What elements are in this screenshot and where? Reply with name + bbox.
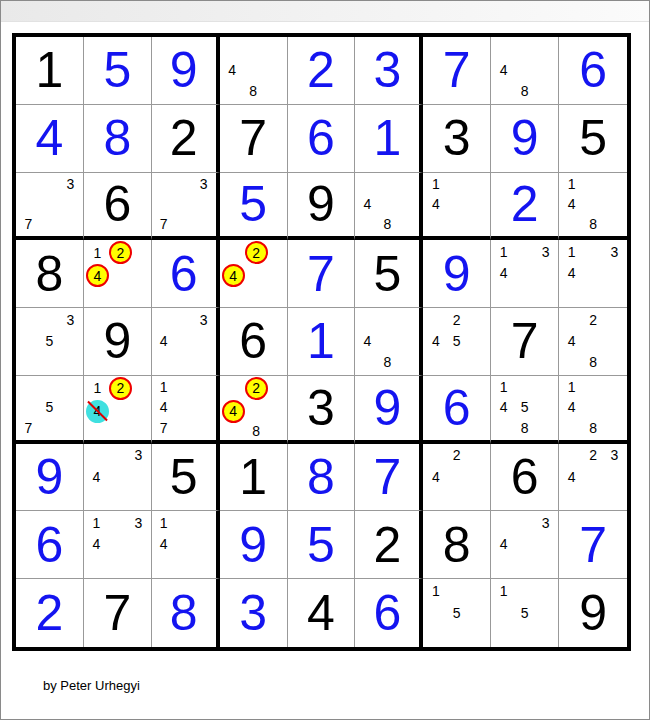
candidate: 4 xyxy=(425,194,446,214)
pencilmarks: 148 xyxy=(561,377,625,438)
cell-r2c7[interactable]: 3 xyxy=(423,105,491,173)
highlight-circle: 2 xyxy=(109,241,132,264)
solved-digit: 6 xyxy=(170,249,198,299)
candidate: 4 xyxy=(86,466,107,487)
cell-r4c4[interactable]: 24 xyxy=(220,240,288,308)
candidate: 4 xyxy=(561,397,582,417)
candidate: 4 xyxy=(425,466,446,487)
solved-digit: 1 xyxy=(307,316,335,366)
candidate: 4 xyxy=(357,330,377,351)
given-digit: 9 xyxy=(103,316,131,366)
cell-r5c6[interactable]: 48 xyxy=(355,308,423,376)
pencilmarks: 147 xyxy=(154,377,214,438)
highlight-circle: 4 xyxy=(86,264,109,287)
solved-digit: 8 xyxy=(170,588,198,638)
candidate: 3 xyxy=(194,174,214,194)
candidate: 1 xyxy=(86,241,109,264)
candidate: 4 xyxy=(86,534,107,555)
given-digit: 3 xyxy=(307,383,335,433)
cell-r7c2[interactable]: 34 xyxy=(84,444,152,512)
candidate: 3 xyxy=(535,512,556,533)
cell-r3c5[interactable]: 9 xyxy=(288,173,356,241)
cell-r2c2[interactable]: 8 xyxy=(84,105,152,173)
pencilmarks: 34 xyxy=(154,309,214,373)
cell-r7c3[interactable]: 5 xyxy=(152,444,220,512)
candidate: 2 xyxy=(582,309,603,330)
candidate: 3 xyxy=(194,309,214,330)
given-digit: 6 xyxy=(103,179,131,229)
candidate-circled: 2 xyxy=(109,377,132,400)
cell-r4c8[interactable]: 134 xyxy=(491,240,559,308)
cell-r6c1[interactable]: 57 xyxy=(16,376,84,444)
solved-digit: 7 xyxy=(373,452,401,502)
given-digit: 8 xyxy=(443,520,471,570)
pencilmarks: 48 xyxy=(493,38,556,102)
solved-digit: 5 xyxy=(239,179,267,229)
cell-r4c9[interactable]: 134 xyxy=(559,240,627,308)
candidate: 4 xyxy=(154,534,174,555)
cell-r5c4[interactable]: 6 xyxy=(220,308,288,376)
pencilmarks: 134 xyxy=(86,512,149,576)
cell-r6c9[interactable]: 148 xyxy=(559,376,627,444)
cell-r4c6[interactable]: 5 xyxy=(355,240,423,308)
candidate: 1 xyxy=(493,580,514,602)
cell-r3c6[interactable]: 48 xyxy=(355,173,423,241)
candidate: 5 xyxy=(39,330,60,351)
solved-digit: 6 xyxy=(443,383,471,433)
candidate: 3 xyxy=(60,174,81,194)
highlight-eliminate: 4 xyxy=(86,400,109,423)
cell-r1c9[interactable]: 6 xyxy=(559,37,627,105)
candidate: 5 xyxy=(514,397,535,417)
given-digit: 5 xyxy=(373,249,401,299)
candidate: 1 xyxy=(493,241,514,262)
pencilmarks: 124 xyxy=(86,241,149,305)
cell-r2c5[interactable]: 6 xyxy=(288,105,356,173)
highlight-circle: 2 xyxy=(245,377,268,400)
cell-r9c9[interactable]: 9 xyxy=(559,579,627,647)
candidate-circled: 2 xyxy=(245,241,268,264)
pencilmarks: 248 xyxy=(222,377,285,438)
cell-r6c6[interactable]: 9 xyxy=(355,376,423,444)
solved-digit: 6 xyxy=(307,113,335,163)
pencilmarks: 245 xyxy=(425,309,488,373)
cell-r8c3[interactable]: 14 xyxy=(152,511,220,579)
candidate: 8 xyxy=(582,214,603,234)
candidate-circled: 4 xyxy=(86,264,109,287)
cell-r1c7[interactable]: 7 xyxy=(423,37,491,105)
cell-r9c8[interactable]: 15 xyxy=(491,579,559,647)
cell-r3c1[interactable]: 37 xyxy=(16,173,84,241)
candidate: 1 xyxy=(561,377,582,397)
cell-r5c7[interactable]: 245 xyxy=(423,308,491,376)
cell-r4c5[interactable]: 7 xyxy=(288,240,356,308)
window-titlebar xyxy=(1,1,649,22)
pencilmarks: 234 xyxy=(561,445,625,509)
cell-r1c1[interactable]: 1 xyxy=(16,37,84,105)
cell-r6c3[interactable]: 147 xyxy=(152,376,220,444)
given-digit: 9 xyxy=(307,179,335,229)
cell-r7c6[interactable]: 7 xyxy=(355,444,423,512)
given-digit: 7 xyxy=(103,588,131,638)
cell-r3c9[interactable]: 148 xyxy=(559,173,627,241)
candidate: 1 xyxy=(425,580,446,602)
pencilmarks: 48 xyxy=(222,38,285,102)
cell-r5c9[interactable]: 248 xyxy=(559,308,627,376)
cell-r9c5[interactable]: 4 xyxy=(288,579,356,647)
cell-r6c4[interactable]: 248 xyxy=(220,376,288,444)
cell-r5c3[interactable]: 34 xyxy=(152,308,220,376)
cell-r6c5[interactable]: 3 xyxy=(288,376,356,444)
solved-digit: 9 xyxy=(373,383,401,433)
candidate: 4 xyxy=(561,330,582,351)
given-digit: 5 xyxy=(170,452,198,502)
candidate-circled: 4 xyxy=(222,264,245,287)
cell-r1c8[interactable]: 48 xyxy=(491,37,559,105)
pencilmarks: 1458 xyxy=(493,377,556,438)
candidate: 8 xyxy=(243,81,264,102)
cell-r8c6[interactable]: 2 xyxy=(355,511,423,579)
solved-digit: 9 xyxy=(170,45,198,95)
candidate: 1 xyxy=(86,512,107,533)
given-digit: 6 xyxy=(511,452,539,502)
candidate: 4 xyxy=(357,194,377,214)
candidate: 3 xyxy=(60,309,81,330)
pencilmarks: 35 xyxy=(18,309,81,373)
candidate: 3 xyxy=(128,512,149,533)
pencilmarks: 48 xyxy=(357,309,417,373)
candidate-circled: 2 xyxy=(109,241,132,264)
cell-r3c2[interactable]: 6 xyxy=(84,173,152,241)
cell-r8c9[interactable]: 7 xyxy=(559,511,627,579)
pencilmarks: 24 xyxy=(222,241,285,305)
pencilmarks: 124 xyxy=(86,377,149,438)
candidate: 8 xyxy=(377,352,397,373)
cell-r1c3[interactable]: 9 xyxy=(152,37,220,105)
cell-r9c7[interactable]: 15 xyxy=(423,579,491,647)
solved-digit: 8 xyxy=(103,113,131,163)
solved-digit: 6 xyxy=(36,520,64,570)
cell-r9c4[interactable]: 3 xyxy=(220,579,288,647)
solved-digit: 9 xyxy=(36,452,64,502)
pencilmarks: 134 xyxy=(493,241,556,305)
highlight-circle: 4 xyxy=(222,264,245,287)
cell-r7c4[interactable]: 1 xyxy=(220,444,288,512)
candidate: 1 xyxy=(561,174,582,194)
candidate: 1 xyxy=(493,377,514,397)
cell-r9c3[interactable]: 8 xyxy=(152,579,220,647)
cell-r1c2[interactable]: 5 xyxy=(84,37,152,105)
candidate: 1 xyxy=(86,377,109,400)
cell-r7c9[interactable]: 234 xyxy=(559,444,627,512)
candidate: 1 xyxy=(154,377,174,397)
cell-r5c5[interactable]: 1 xyxy=(288,308,356,376)
cell-r9c1[interactable]: 2 xyxy=(16,579,84,647)
cell-r8c8[interactable]: 34 xyxy=(491,511,559,579)
solved-digit: 2 xyxy=(307,45,335,95)
cell-r7c5[interactable]: 8 xyxy=(288,444,356,512)
cell-r8c4[interactable]: 9 xyxy=(220,511,288,579)
pencilmarks: 24 xyxy=(425,445,488,509)
author-credit: by Peter Urhegyi xyxy=(43,678,140,693)
highlight-circle: 2 xyxy=(109,377,132,400)
cell-r9c2[interactable]: 7 xyxy=(84,579,152,647)
cell-r4c3[interactable]: 6 xyxy=(152,240,220,308)
cell-r3c3[interactable]: 37 xyxy=(152,173,220,241)
candidate: 7 xyxy=(18,214,39,234)
cell-r2c8[interactable]: 9 xyxy=(491,105,559,173)
candidate: 4 xyxy=(493,397,514,417)
candidate: 5 xyxy=(446,602,467,624)
given-digit: 5 xyxy=(579,113,607,163)
given-digit: 7 xyxy=(511,316,539,366)
cell-r4c7[interactable]: 9 xyxy=(423,240,491,308)
cell-r3c8[interactable]: 2 xyxy=(491,173,559,241)
candidate: 1 xyxy=(561,241,582,262)
cell-r2c3[interactable]: 2 xyxy=(152,105,220,173)
candidate: 8 xyxy=(245,423,268,439)
cell-r3c4[interactable]: 5 xyxy=(220,173,288,241)
pencilmarks: 15 xyxy=(493,580,556,645)
pencilmarks: 34 xyxy=(86,445,149,509)
candidate: 4 xyxy=(222,59,243,80)
solved-digit: 5 xyxy=(307,520,335,570)
pencilmarks: 134 xyxy=(561,241,625,305)
candidate: 4 xyxy=(154,330,174,351)
candidate: 8 xyxy=(514,81,535,102)
cell-r8c1[interactable]: 6 xyxy=(16,511,84,579)
pencilmarks: 37 xyxy=(18,174,81,235)
given-digit: 1 xyxy=(239,452,267,502)
candidate: 8 xyxy=(582,417,603,437)
solved-digit: 6 xyxy=(579,45,607,95)
cell-r6c8[interactable]: 1458 xyxy=(491,376,559,444)
cell-r5c2[interactable]: 9 xyxy=(84,308,152,376)
pencilmarks: 15 xyxy=(425,580,488,645)
pencilmarks: 48 xyxy=(357,174,417,235)
solved-digit: 9 xyxy=(239,520,267,570)
solved-digit: 2 xyxy=(36,588,64,638)
candidate: 4 xyxy=(493,59,514,80)
given-digit: 3 xyxy=(443,113,471,163)
solved-digit: 8 xyxy=(307,452,335,502)
solved-digit: 9 xyxy=(511,113,539,163)
candidate-circled: 4 xyxy=(222,400,245,423)
candidate: 4 xyxy=(493,534,514,555)
solved-digit: 9 xyxy=(443,249,471,299)
candidate: 3 xyxy=(604,241,625,262)
given-digit: 9 xyxy=(579,588,607,638)
given-digit: 2 xyxy=(373,520,401,570)
highlight-circle: 4 xyxy=(222,400,245,423)
solved-digit: 7 xyxy=(579,520,607,570)
pencilmarks: 34 xyxy=(493,512,556,576)
candidate: 2 xyxy=(446,445,467,466)
cell-r3c7[interactable]: 14 xyxy=(423,173,491,241)
cell-r8c5[interactable]: 5 xyxy=(288,511,356,579)
candidate: 1 xyxy=(154,512,174,533)
given-digit: 1 xyxy=(36,45,64,95)
given-digit: 4 xyxy=(307,588,335,638)
sudoku-grid: 1594823748648276139537637594814214881246… xyxy=(12,33,631,651)
candidate: 7 xyxy=(154,417,174,437)
candidate: 1 xyxy=(425,174,446,194)
cell-r1c5[interactable]: 2 xyxy=(288,37,356,105)
candidate-eliminated: 4 xyxy=(86,400,109,423)
cell-r7c8[interactable]: 6 xyxy=(491,444,559,512)
candidate: 3 xyxy=(128,445,149,466)
candidate: 7 xyxy=(18,417,39,437)
cell-r7c7[interactable]: 24 xyxy=(423,444,491,512)
candidate: 2 xyxy=(582,445,603,466)
candidate-circled: 2 xyxy=(245,377,268,400)
cell-r2c4[interactable]: 7 xyxy=(220,105,288,173)
candidate: 4 xyxy=(154,397,174,417)
cell-r4c2[interactable]: 124 xyxy=(84,240,152,308)
cell-r1c4[interactable]: 48 xyxy=(220,37,288,105)
given-digit: 7 xyxy=(239,113,267,163)
cell-r2c6[interactable]: 1 xyxy=(355,105,423,173)
candidate: 5 xyxy=(39,397,60,417)
candidate: 3 xyxy=(535,241,556,262)
candidate: 8 xyxy=(582,352,603,373)
solved-digit: 5 xyxy=(103,45,131,95)
solved-digit: 7 xyxy=(307,249,335,299)
cell-r6c2[interactable]: 124 xyxy=(84,376,152,444)
solved-digit: 7 xyxy=(443,45,471,95)
cell-r7c1[interactable]: 9 xyxy=(16,444,84,512)
pencilmarks: 14 xyxy=(154,512,214,576)
cell-r1c6[interactable]: 3 xyxy=(355,37,423,105)
given-digit: 2 xyxy=(170,113,198,163)
solved-digit: 1 xyxy=(373,113,401,163)
candidate: 4 xyxy=(561,263,582,284)
candidate: 5 xyxy=(514,602,535,624)
pencilmarks: 14 xyxy=(425,174,488,235)
solved-digit: 6 xyxy=(373,588,401,638)
candidate: 4 xyxy=(493,263,514,284)
pencilmarks: 248 xyxy=(561,309,625,373)
solved-digit: 3 xyxy=(239,588,267,638)
candidate: 3 xyxy=(604,445,625,466)
solved-digit: 3 xyxy=(373,45,401,95)
solved-digit: 4 xyxy=(36,113,64,163)
pencilmarks: 37 xyxy=(154,174,214,235)
candidate: 8 xyxy=(514,417,535,437)
cell-r8c2[interactable]: 134 xyxy=(84,511,152,579)
given-digit: 8 xyxy=(36,249,64,299)
cell-r2c1[interactable]: 4 xyxy=(16,105,84,173)
pencilmarks: 148 xyxy=(561,174,625,235)
cell-r8c7[interactable]: 8 xyxy=(423,511,491,579)
cell-r9c6[interactable]: 6 xyxy=(355,579,423,647)
cell-r6c7[interactable]: 6 xyxy=(423,376,491,444)
pencilmarks: 57 xyxy=(18,377,81,438)
cell-r5c8[interactable]: 7 xyxy=(491,308,559,376)
candidate: 7 xyxy=(154,214,174,234)
candidate: 2 xyxy=(446,309,467,330)
cell-r4c1[interactable]: 8 xyxy=(16,240,84,308)
solved-digit: 2 xyxy=(511,179,539,229)
candidate: 4 xyxy=(425,330,446,351)
cell-r5c1[interactable]: 35 xyxy=(16,308,84,376)
given-digit: 6 xyxy=(239,316,267,366)
candidate: 4 xyxy=(561,194,582,214)
highlight-circle: 2 xyxy=(245,241,268,264)
cell-r2c9[interactable]: 5 xyxy=(559,105,627,173)
candidate: 8 xyxy=(377,214,397,234)
candidate: 4 xyxy=(561,466,582,487)
sudoku-app-window: { "game": "sudoku", "variant": "classic … xyxy=(0,0,650,720)
candidate: 5 xyxy=(446,330,467,351)
